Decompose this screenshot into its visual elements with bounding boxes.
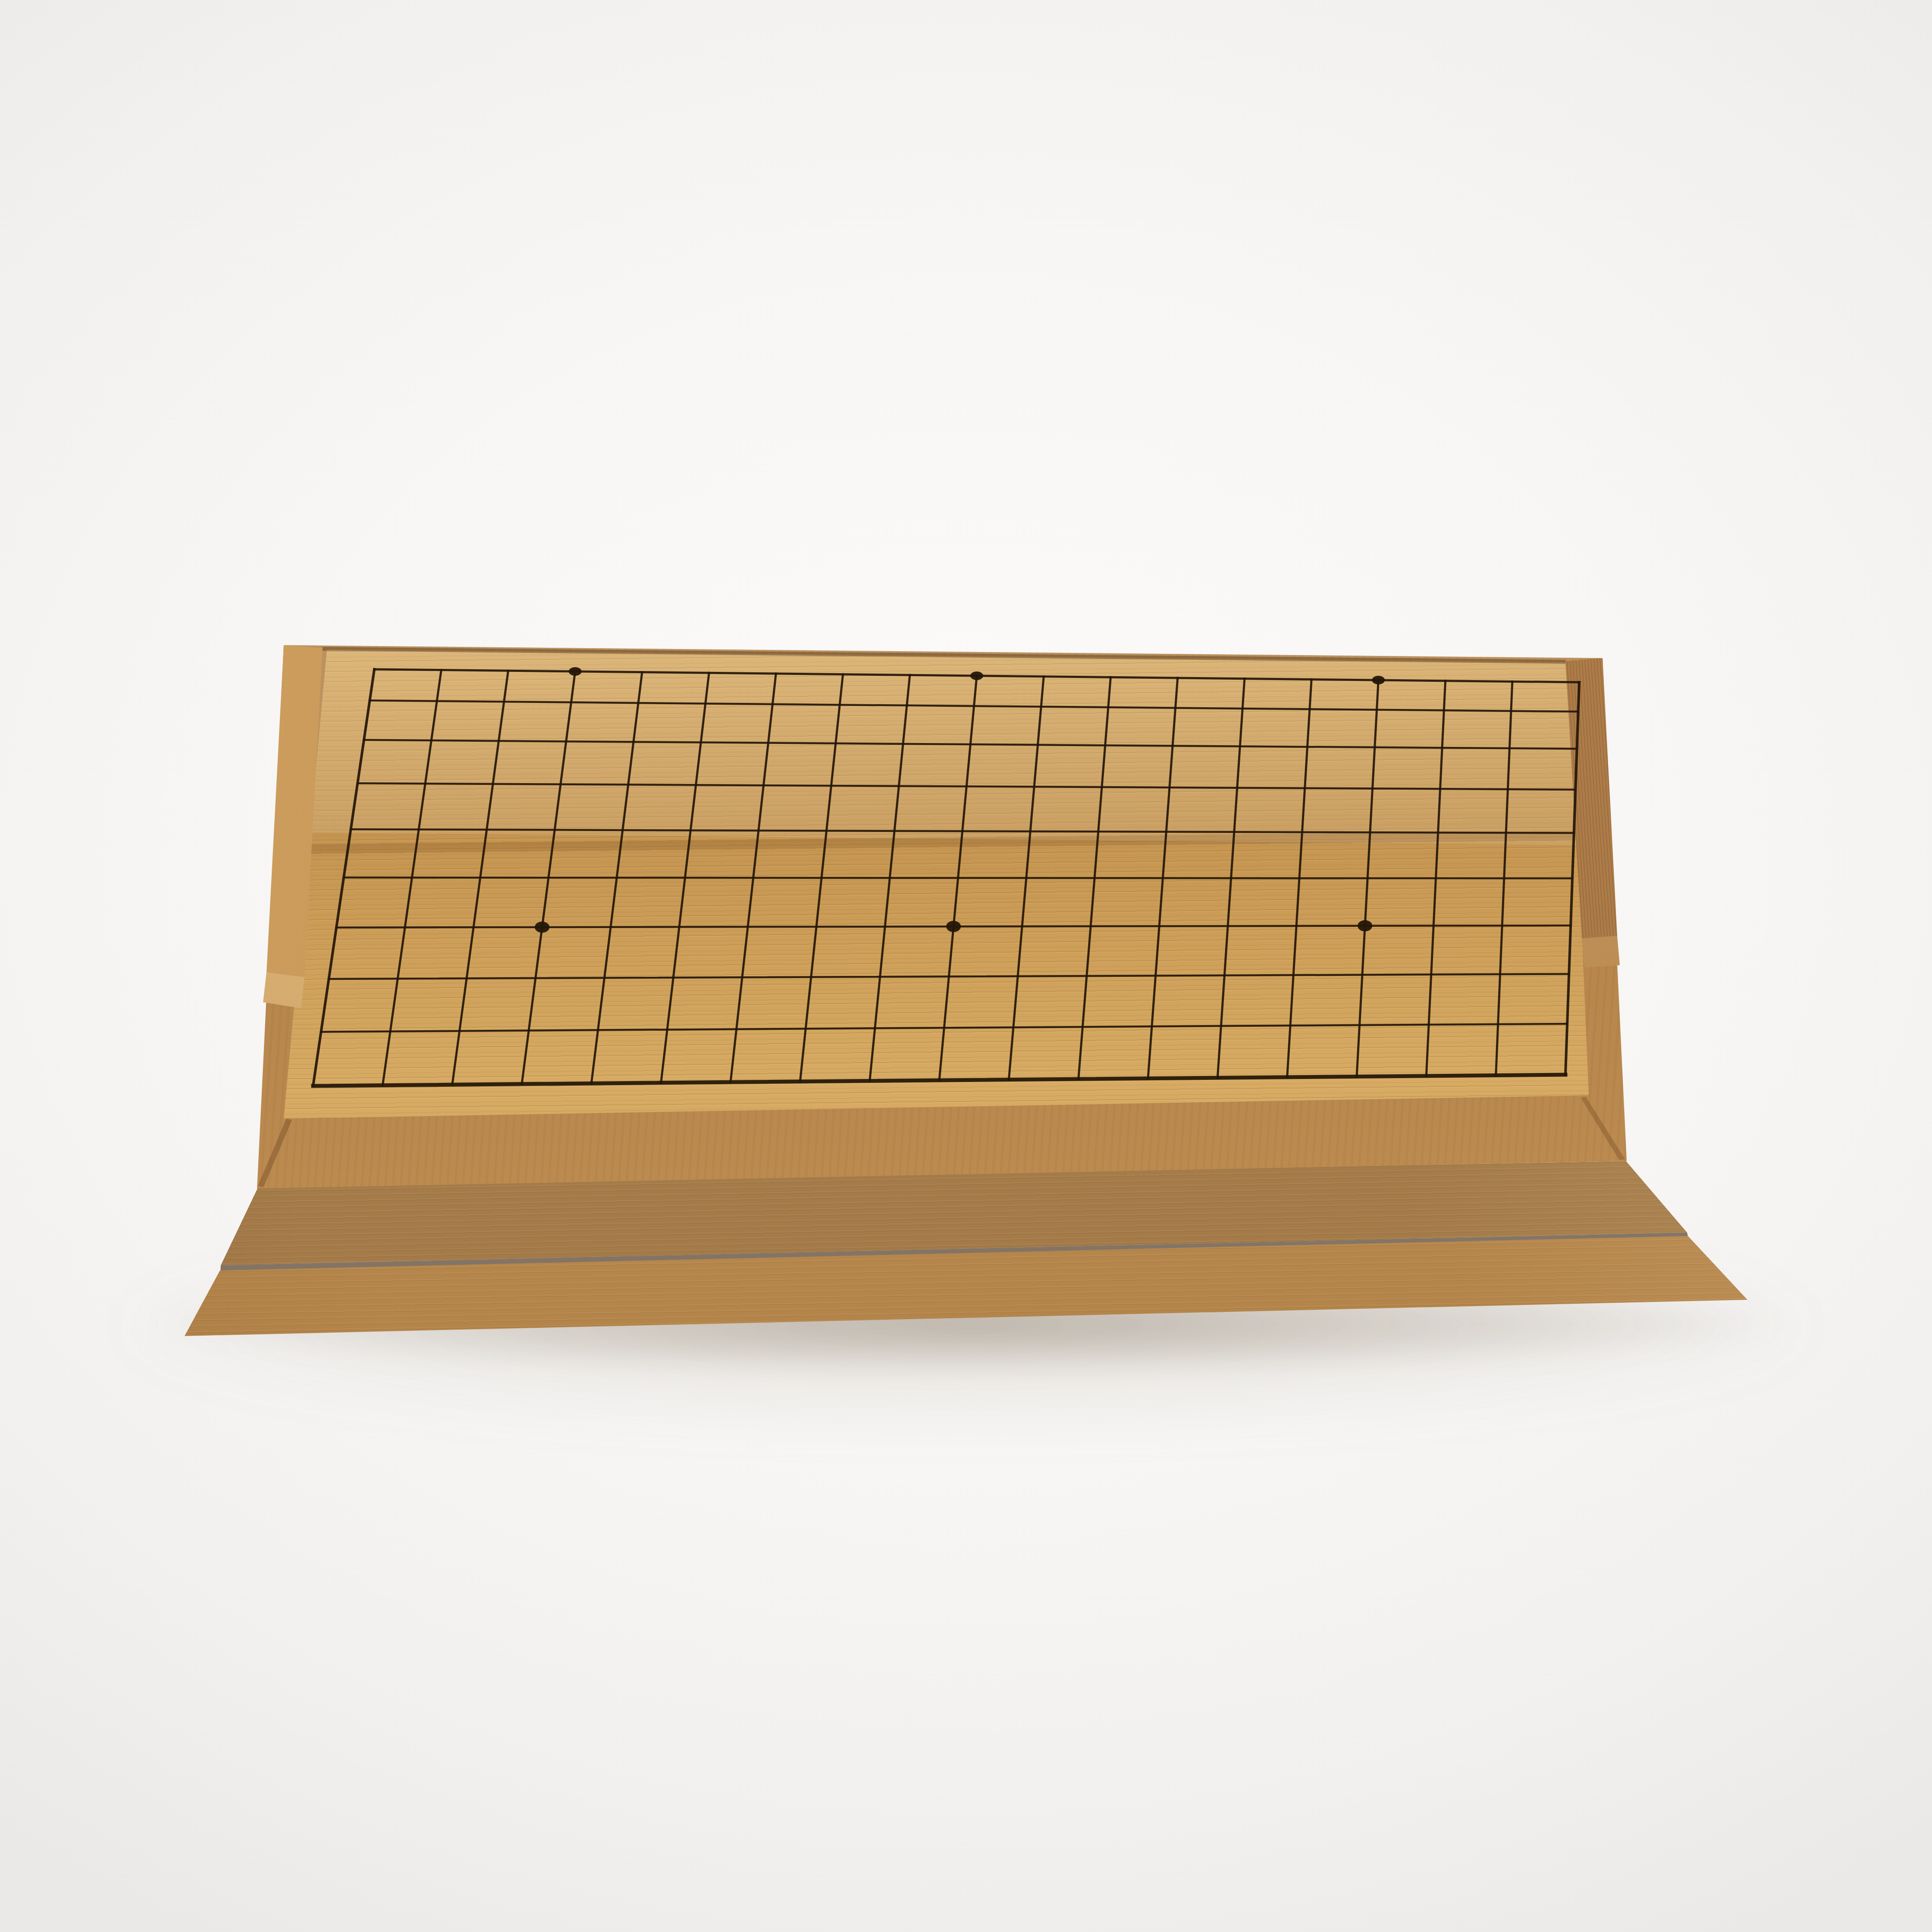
hoshi-point (970, 671, 983, 680)
hoshi-point (946, 921, 961, 932)
hoshi-point (569, 667, 582, 676)
hoshi-point (535, 922, 549, 933)
photo-stage (0, 0, 1932, 1932)
go-grid (0, 0, 1932, 1932)
hoshi-point (1358, 920, 1372, 931)
hoshi-point (1372, 676, 1385, 684)
